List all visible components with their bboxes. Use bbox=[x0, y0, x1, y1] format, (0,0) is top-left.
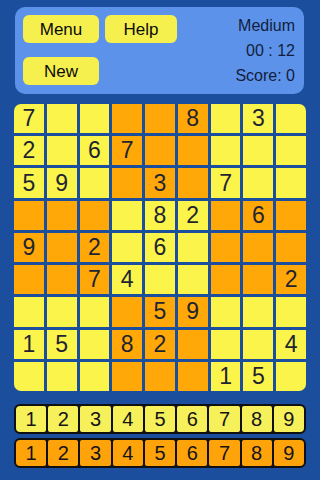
board-cell-r9c3[interactable] bbox=[80, 362, 110, 391]
board-cell-r8c7[interactable] bbox=[211, 330, 241, 359]
board-cell-r4c2[interactable] bbox=[47, 201, 77, 230]
board-cell-r4c9[interactable] bbox=[276, 201, 306, 230]
header-panel: Menu Help New Medium 00 : 12 Score: 0 bbox=[15, 7, 304, 94]
board-cell-r5c6[interactable] bbox=[178, 233, 208, 262]
numpad-bottom-2[interactable]: 2 bbox=[48, 440, 78, 466]
board-cell-r4c5[interactable]: 8 bbox=[145, 201, 175, 230]
board-cell-r2c2[interactable] bbox=[47, 136, 77, 165]
board-cell-r5c1[interactable]: 9 bbox=[14, 233, 44, 262]
numpad-top-1[interactable]: 1 bbox=[16, 406, 46, 432]
board-cell-r6c3[interactable]: 7 bbox=[80, 265, 110, 294]
board-cell-r8c3[interactable] bbox=[80, 330, 110, 359]
board-cell-r4c6[interactable]: 2 bbox=[178, 201, 208, 230]
board-cell-r2c9[interactable] bbox=[276, 136, 306, 165]
sudoku-board: 7832675937826926742591582415 bbox=[14, 104, 306, 391]
board-cell-r8c4[interactable]: 8 bbox=[112, 330, 142, 359]
numpad-bottom-1[interactable]: 1 bbox=[16, 440, 46, 466]
board-cell-r9c1[interactable] bbox=[14, 362, 44, 391]
board-cell-r2c4[interactable]: 7 bbox=[112, 136, 142, 165]
numpad-bottom-7[interactable]: 7 bbox=[209, 440, 239, 466]
board-cell-r7c8[interactable] bbox=[243, 297, 273, 326]
numpad-top-5[interactable]: 5 bbox=[145, 406, 175, 432]
board-cell-r6c7[interactable] bbox=[211, 265, 241, 294]
numpad-bottom-6[interactable]: 6 bbox=[177, 440, 207, 466]
board-cell-r2c1[interactable]: 2 bbox=[14, 136, 44, 165]
board-cell-r8c1[interactable]: 1 bbox=[14, 330, 44, 359]
board-cell-r4c7[interactable] bbox=[211, 201, 241, 230]
difficulty-label: Medium bbox=[235, 13, 295, 38]
board-cell-r3c1[interactable]: 5 bbox=[14, 168, 44, 197]
numpad-top-8[interactable]: 8 bbox=[242, 406, 272, 432]
board-cell-r1c3[interactable] bbox=[80, 104, 110, 133]
numpad-orange-row: 123456789 bbox=[14, 438, 306, 468]
board-cell-r8c2[interactable]: 5 bbox=[47, 330, 77, 359]
board-cell-r7c9[interactable] bbox=[276, 297, 306, 326]
score-display: Score: 0 bbox=[235, 63, 295, 88]
board-cell-r8c8[interactable] bbox=[243, 330, 273, 359]
board-cell-r5c2[interactable] bbox=[47, 233, 77, 262]
board-cell-r5c7[interactable] bbox=[211, 233, 241, 262]
board-cell-r6c1[interactable] bbox=[14, 265, 44, 294]
board-cell-r5c5[interactable]: 6 bbox=[145, 233, 175, 262]
board-cell-r5c9[interactable] bbox=[276, 233, 306, 262]
board-cell-r8c9[interactable]: 4 bbox=[276, 330, 306, 359]
sudoku-app: Menu Help New Medium 00 : 12 Score: 0 78… bbox=[0, 0, 320, 480]
board-cell-r3c9[interactable] bbox=[276, 168, 306, 197]
board-cell-r1c4[interactable] bbox=[112, 104, 142, 133]
board-cell-r6c4[interactable]: 4 bbox=[112, 265, 142, 294]
board-cell-r1c2[interactable] bbox=[47, 104, 77, 133]
board-cell-r6c6[interactable] bbox=[178, 265, 208, 294]
numpad-yellow-row: 123456789 bbox=[14, 404, 306, 434]
board-cell-r9c2[interactable] bbox=[47, 362, 77, 391]
numpad-bottom-9[interactable]: 9 bbox=[274, 440, 304, 466]
board-cell-r2c7[interactable] bbox=[211, 136, 241, 165]
board-cell-r9c5[interactable] bbox=[145, 362, 175, 391]
board-cell-r4c8[interactable]: 6 bbox=[243, 201, 273, 230]
board-cell-r7c2[interactable] bbox=[47, 297, 77, 326]
new-button[interactable]: New bbox=[23, 57, 99, 85]
board-cell-r4c1[interactable] bbox=[14, 201, 44, 230]
board-cell-r3c6[interactable] bbox=[178, 168, 208, 197]
numpad-bottom-5[interactable]: 5 bbox=[145, 440, 175, 466]
board-cell-r3c4[interactable] bbox=[112, 168, 142, 197]
board-cell-r9c7[interactable]: 1 bbox=[211, 362, 241, 391]
game-info: Medium 00 : 12 Score: 0 bbox=[235, 13, 295, 88]
board-cell-r8c5[interactable]: 2 bbox=[145, 330, 175, 359]
board-cell-r5c8[interactable] bbox=[243, 233, 273, 262]
help-button[interactable]: Help bbox=[105, 15, 177, 43]
menu-button[interactable]: Menu bbox=[23, 15, 99, 43]
board-cell-r3c7[interactable]: 7 bbox=[211, 168, 241, 197]
board-cell-r6c8[interactable] bbox=[243, 265, 273, 294]
board-cell-r6c9[interactable]: 2 bbox=[276, 265, 306, 294]
numpad-top-3[interactable]: 3 bbox=[80, 406, 110, 432]
board-cell-r1c8[interactable]: 3 bbox=[243, 104, 273, 133]
board-cell-r9c9[interactable] bbox=[276, 362, 306, 391]
board-cell-r7c4[interactable] bbox=[112, 297, 142, 326]
numpad-bottom-8[interactable]: 8 bbox=[242, 440, 272, 466]
board-cell-r7c1[interactable] bbox=[14, 297, 44, 326]
board-cell-r7c3[interactable] bbox=[80, 297, 110, 326]
board-cell-r6c5[interactable] bbox=[145, 265, 175, 294]
board-cell-r7c6[interactable]: 9 bbox=[178, 297, 208, 326]
numpad-top-7[interactable]: 7 bbox=[209, 406, 239, 432]
board-cell-r3c5[interactable]: 3 bbox=[145, 168, 175, 197]
numpad-top-2[interactable]: 2 bbox=[48, 406, 78, 432]
board-cell-r3c8[interactable] bbox=[243, 168, 273, 197]
board-cell-r2c5[interactable] bbox=[145, 136, 175, 165]
board-cell-r9c4[interactable] bbox=[112, 362, 142, 391]
numpad-top-6[interactable]: 6 bbox=[177, 406, 207, 432]
board-cell-r3c3[interactable] bbox=[80, 168, 110, 197]
board-cell-r1c6[interactable]: 8 bbox=[178, 104, 208, 133]
board-cell-r9c6[interactable] bbox=[178, 362, 208, 391]
numpad-top-9[interactable]: 9 bbox=[274, 406, 304, 432]
board-cell-r7c5[interactable]: 5 bbox=[145, 297, 175, 326]
board-cell-r6c2[interactable] bbox=[47, 265, 77, 294]
board-cell-r4c4[interactable] bbox=[112, 201, 142, 230]
board-cell-r9c8[interactable]: 5 bbox=[243, 362, 273, 391]
board-cell-r1c1[interactable]: 7 bbox=[14, 104, 44, 133]
board-cell-r4c3[interactable] bbox=[80, 201, 110, 230]
numpad-bottom-4[interactable]: 4 bbox=[113, 440, 143, 466]
board-cell-r1c5[interactable] bbox=[145, 104, 175, 133]
board-cell-r1c9[interactable] bbox=[276, 104, 306, 133]
board-cell-r8c6[interactable] bbox=[178, 330, 208, 359]
numpad-top-4[interactable]: 4 bbox=[113, 406, 143, 432]
board-cell-r2c3[interactable]: 6 bbox=[80, 136, 110, 165]
board-cell-r7c7[interactable] bbox=[211, 297, 241, 326]
board-cell-r5c4[interactable] bbox=[112, 233, 142, 262]
board-cell-r5c3[interactable]: 2 bbox=[80, 233, 110, 262]
board-cell-r3c2[interactable]: 9 bbox=[47, 168, 77, 197]
numpad-bottom-3[interactable]: 3 bbox=[80, 440, 110, 466]
board-cell-r2c6[interactable] bbox=[178, 136, 208, 165]
board-cell-r1c7[interactable] bbox=[211, 104, 241, 133]
timer-display: 00 : 12 bbox=[235, 38, 295, 63]
board-cell-r2c8[interactable] bbox=[243, 136, 273, 165]
